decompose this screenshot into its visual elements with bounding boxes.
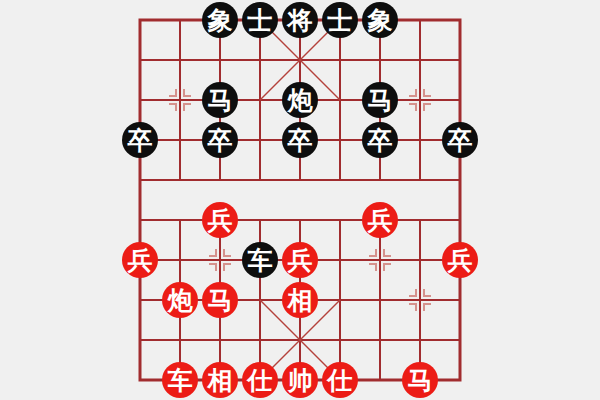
piece-red-chariot[interactable]: 车 xyxy=(162,362,198,398)
piece-black-elephant[interactable]: 象 xyxy=(202,2,238,38)
piece-black-horse[interactable]: 马 xyxy=(202,82,238,118)
xiangqi-board: 象士将士象马炮马卒卒卒卒卒车兵兵兵兵兵炮马相车相仕帅仕马 xyxy=(0,0,600,400)
piece-red-advisor[interactable]: 仕 xyxy=(242,362,278,398)
piece-red-cannon[interactable]: 炮 xyxy=(162,282,198,318)
piece-black-soldier[interactable]: 卒 xyxy=(282,122,318,158)
piece-red-elephant[interactable]: 相 xyxy=(282,282,318,318)
piece-black-soldier[interactable]: 卒 xyxy=(202,122,238,158)
piece-black-cannon[interactable]: 炮 xyxy=(282,82,318,118)
piece-red-elephant[interactable]: 相 xyxy=(202,362,238,398)
piece-red-general[interactable]: 帅 xyxy=(282,362,318,398)
piece-black-soldier[interactable]: 卒 xyxy=(122,122,158,158)
piece-red-soldier[interactable]: 兵 xyxy=(442,242,478,278)
piece-black-advisor[interactable]: 士 xyxy=(322,2,358,38)
piece-black-horse[interactable]: 马 xyxy=(362,82,398,118)
piece-red-soldier[interactable]: 兵 xyxy=(202,202,238,238)
piece-black-elephant[interactable]: 象 xyxy=(362,2,398,38)
piece-red-horse[interactable]: 马 xyxy=(402,362,438,398)
piece-red-soldier[interactable]: 兵 xyxy=(282,242,318,278)
piece-red-soldier[interactable]: 兵 xyxy=(362,202,398,238)
pieces-layer: 象士将士象马炮马卒卒卒卒卒车兵兵兵兵兵炮马相车相仕帅仕马 xyxy=(120,0,480,400)
piece-black-general[interactable]: 将 xyxy=(282,2,318,38)
piece-red-horse[interactable]: 马 xyxy=(202,282,238,318)
piece-red-advisor[interactable]: 仕 xyxy=(322,362,358,398)
piece-black-advisor[interactable]: 士 xyxy=(242,2,278,38)
piece-black-soldier[interactable]: 卒 xyxy=(442,122,478,158)
xiangqi-screen: 象士将士象马炮马卒卒卒卒卒车兵兵兵兵兵炮马相车相仕帅仕马 xyxy=(0,0,600,400)
piece-black-soldier[interactable]: 卒 xyxy=(362,122,398,158)
piece-black-chariot[interactable]: 车 xyxy=(242,242,278,278)
piece-red-soldier[interactable]: 兵 xyxy=(122,242,158,278)
